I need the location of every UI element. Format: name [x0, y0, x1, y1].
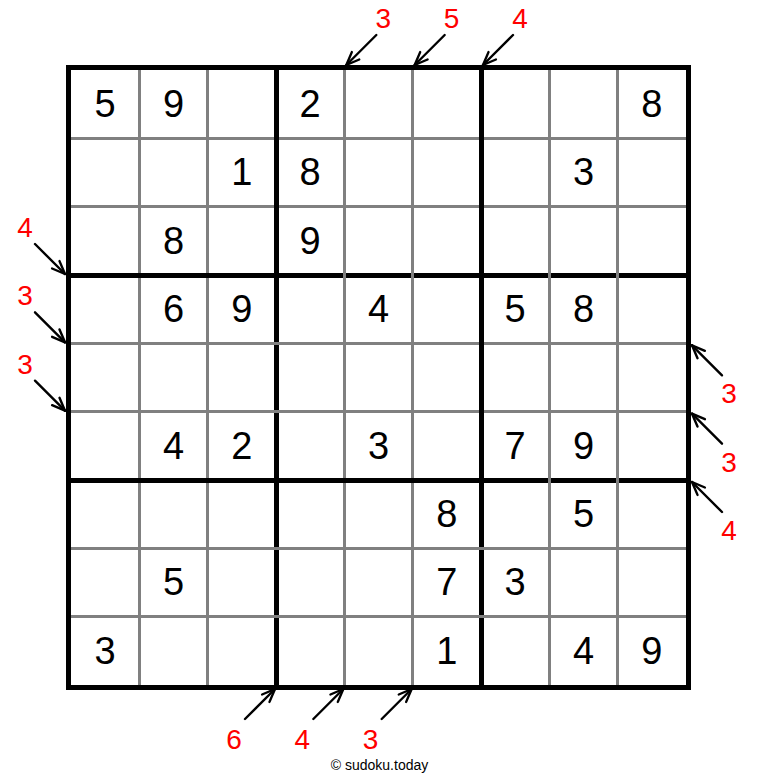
clue-value-bottom-3: 3 — [363, 726, 379, 754]
clue-arrow-right-3 — [692, 482, 722, 512]
cell-r5c6[interactable] — [413, 343, 481, 411]
cell-r3c8[interactable] — [549, 207, 617, 275]
clue-value-top-3: 4 — [512, 5, 528, 33]
arrow-barb — [60, 398, 66, 411]
cell-r5c3[interactable] — [208, 343, 276, 411]
clue-arrow-top-2 — [415, 35, 445, 65]
arrow-shaft — [692, 414, 722, 444]
arrow-barb — [692, 414, 698, 427]
cell-r8c2[interactable]: 5 — [139, 548, 207, 616]
cell-r1c5[interactable] — [344, 70, 412, 138]
cell-r5c2[interactable] — [139, 343, 207, 411]
arrow-barb — [60, 329, 66, 342]
cell-r8c8[interactable] — [549, 548, 617, 616]
cell-r6c2[interactable]: 4 — [139, 412, 207, 480]
arrow-shaft — [346, 35, 376, 65]
cell-r1c8[interactable] — [549, 70, 617, 138]
arrow-barb — [692, 345, 698, 358]
arrow-barb — [270, 689, 276, 702]
cell-r2c7[interactable] — [481, 138, 549, 206]
cell-r5c4[interactable] — [276, 343, 344, 411]
clue-arrow-bottom-1 — [245, 689, 275, 719]
clue-arrow-bottom-3 — [382, 689, 412, 719]
clue-value-top-2: 5 — [444, 5, 460, 33]
cell-r6c5[interactable]: 3 — [344, 412, 412, 480]
cell-r4c1[interactable] — [71, 275, 139, 343]
cell-r9c7[interactable] — [481, 617, 549, 685]
arrow-barb — [483, 52, 489, 65]
cell-r7c3[interactable] — [208, 480, 276, 548]
cell-r4c7[interactable]: 5 — [481, 275, 549, 343]
cell-r1c1[interactable]: 5 — [71, 70, 139, 138]
arrow-shaft — [483, 35, 513, 65]
cell-r5c5[interactable] — [344, 343, 412, 411]
cell-r2c8[interactable]: 3 — [549, 138, 617, 206]
cells-layer: 5928183896945842379855733149 — [71, 70, 686, 685]
clue-arrow-top-3 — [483, 35, 513, 65]
cell-r4c6[interactable] — [413, 275, 481, 343]
cell-r2c2[interactable] — [139, 138, 207, 206]
cell-r1c2[interactable]: 9 — [139, 70, 207, 138]
cell-r4c9[interactable] — [618, 275, 686, 343]
cell-r3c6[interactable] — [413, 207, 481, 275]
arrow-barb — [692, 345, 705, 351]
cell-r7c5[interactable] — [344, 480, 412, 548]
cell-r1c9[interactable]: 8 — [618, 70, 686, 138]
arrow-barb — [52, 405, 65, 411]
cell-r8c5[interactable] — [344, 548, 412, 616]
clue-arrow-bottom-2 — [313, 689, 343, 719]
cell-r1c7[interactable] — [481, 70, 549, 138]
cell-r8c4[interactable] — [276, 548, 344, 616]
cell-r5c8[interactable] — [549, 343, 617, 411]
cell-r3c2[interactable]: 8 — [139, 207, 207, 275]
cell-r6c9[interactable] — [618, 412, 686, 480]
copyright-text: © sudoku.today — [0, 757, 759, 773]
cell-r4c3[interactable]: 9 — [208, 275, 276, 343]
cell-r9c2[interactable] — [139, 617, 207, 685]
cell-r7c2[interactable] — [139, 480, 207, 548]
arrow-barb — [692, 482, 705, 488]
arrow-shaft — [692, 482, 722, 512]
arrow-barb — [406, 689, 412, 702]
clue-value-right-2: 3 — [721, 449, 737, 477]
cell-r7c8[interactable]: 5 — [549, 480, 617, 548]
clue-value-bottom-1: 6 — [226, 726, 242, 754]
arrow-shaft — [35, 312, 65, 342]
arrow-barb — [415, 52, 421, 65]
clue-arrow-right-2 — [692, 414, 722, 444]
cell-r3c5[interactable] — [344, 207, 412, 275]
cell-r9c3[interactable] — [208, 617, 276, 685]
cell-r7c1[interactable] — [71, 480, 139, 548]
cell-r7c9[interactable] — [618, 480, 686, 548]
cell-r5c7[interactable] — [481, 343, 549, 411]
clue-arrow-left-3 — [35, 381, 65, 411]
cell-r6c3[interactable]: 2 — [208, 412, 276, 480]
cell-r7c6[interactable]: 8 — [413, 480, 481, 548]
cell-r8c9[interactable] — [618, 548, 686, 616]
cell-r2c3[interactable]: 1 — [208, 138, 276, 206]
cell-r1c6[interactable] — [413, 70, 481, 138]
cell-r3c3[interactable] — [208, 207, 276, 275]
cell-r6c7[interactable]: 7 — [481, 412, 549, 480]
cell-r7c7[interactable] — [481, 480, 549, 548]
arrow-barb — [692, 482, 698, 495]
arrow-shaft — [382, 689, 412, 719]
cell-r9c9[interactable]: 9 — [618, 617, 686, 685]
cell-r2c9[interactable] — [618, 138, 686, 206]
clue-arrow-top-1 — [346, 35, 376, 65]
arrow-barb — [52, 337, 65, 343]
clue-value-left-3: 3 — [17, 351, 33, 379]
cell-r8c3[interactable] — [208, 548, 276, 616]
arrow-barb — [60, 261, 66, 274]
clue-value-left-1: 4 — [17, 214, 33, 242]
cell-r3c1[interactable] — [71, 207, 139, 275]
cell-r6c4[interactable] — [276, 412, 344, 480]
cell-r2c4[interactable]: 8 — [276, 138, 344, 206]
cell-r5c1[interactable] — [71, 343, 139, 411]
arrow-shaft — [245, 689, 275, 719]
arrow-barb — [52, 269, 65, 275]
cell-r4c8[interactable]: 8 — [549, 275, 617, 343]
cell-r6c8[interactable]: 9 — [549, 412, 617, 480]
cell-r8c1[interactable] — [71, 548, 139, 616]
cell-r8c7[interactable]: 3 — [481, 548, 549, 616]
clue-value-top-1: 3 — [376, 5, 392, 33]
arrow-shaft — [692, 345, 722, 375]
cell-r1c4[interactable]: 2 — [276, 70, 344, 138]
arrow-shaft — [313, 689, 343, 719]
clue-value-bottom-2: 4 — [295, 726, 311, 754]
cell-r9c8[interactable]: 4 — [549, 617, 617, 685]
arrow-shaft — [35, 244, 65, 274]
clue-arrow-left-1 — [35, 244, 65, 274]
cell-r7c4[interactable] — [276, 480, 344, 548]
clue-arrow-left-2 — [35, 312, 65, 342]
cell-r4c5[interactable]: 4 — [344, 275, 412, 343]
cell-r9c5[interactable] — [344, 617, 412, 685]
cell-r4c2[interactable]: 6 — [139, 275, 207, 343]
cell-r5c9[interactable] — [618, 343, 686, 411]
arrow-barb — [338, 689, 344, 702]
cell-r3c4[interactable]: 9 — [276, 207, 344, 275]
arrow-barb — [692, 414, 705, 420]
cell-r3c9[interactable] — [618, 207, 686, 275]
clue-value-left-2: 3 — [17, 282, 33, 310]
arrow-shaft — [35, 381, 65, 411]
arrow-shaft — [415, 35, 445, 65]
sudoku-grid: 5928183896945842379855733149 — [66, 65, 691, 690]
arrow-barb — [346, 52, 352, 65]
cell-r4c4[interactable] — [276, 275, 344, 343]
clue-value-right-1: 3 — [721, 380, 737, 408]
cell-r1c3[interactable] — [208, 70, 276, 138]
cell-r2c6[interactable] — [413, 138, 481, 206]
cell-r3c7[interactable] — [481, 207, 549, 275]
cell-r9c6[interactable]: 1 — [413, 617, 481, 685]
cell-r6c6[interactable] — [413, 412, 481, 480]
clue-arrow-right-1 — [692, 345, 722, 375]
cell-r8c6[interactable]: 7 — [413, 548, 481, 616]
cell-r9c1[interactable]: 3 — [71, 617, 139, 685]
cell-r9c4[interactable] — [276, 617, 344, 685]
sudoku-puzzle-page: 5928183896945842379855733149 35443333464… — [0, 0, 759, 779]
cell-r2c1[interactable] — [71, 138, 139, 206]
cell-r2c5[interactable] — [344, 138, 412, 206]
cell-r6c1[interactable] — [71, 412, 139, 480]
clue-value-right-3: 4 — [721, 517, 737, 545]
